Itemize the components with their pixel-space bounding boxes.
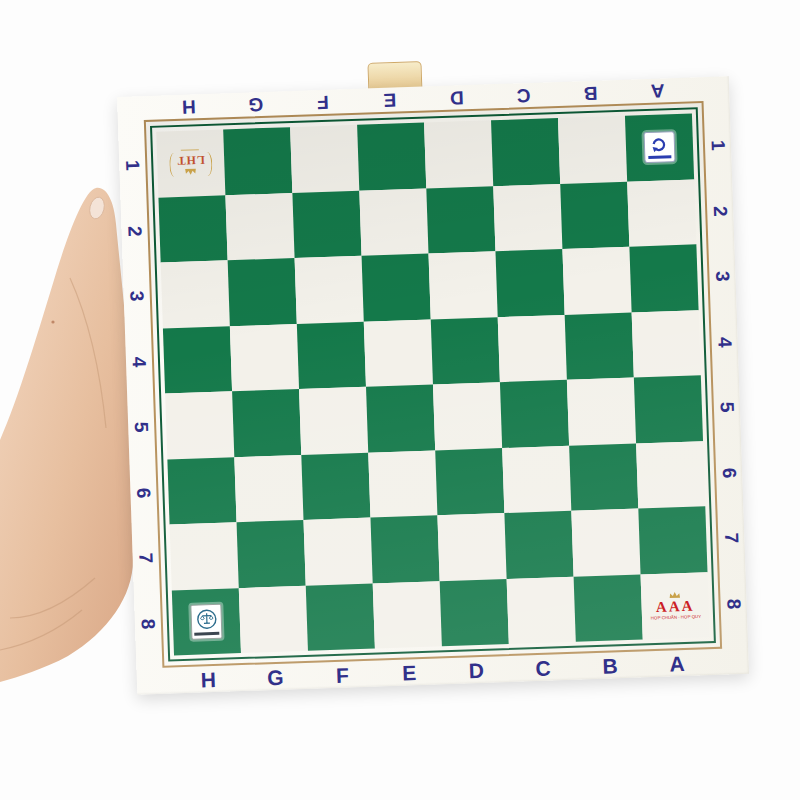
board-frame-inner	[150, 107, 716, 661]
coordinate-label-g: G	[222, 92, 290, 117]
square-e3	[362, 253, 431, 321]
skin-mole	[51, 320, 54, 323]
coordinate-label-a: A	[624, 78, 692, 103]
square-f7	[303, 518, 372, 586]
badge-text-strip	[649, 155, 672, 159]
scales-icon	[195, 608, 218, 631]
square-g1	[223, 127, 292, 195]
square-g8	[239, 585, 308, 653]
square-d1	[424, 120, 493, 188]
square-h6	[167, 457, 236, 525]
square-d7	[437, 513, 506, 581]
square-c1	[491, 118, 560, 186]
square-a2	[627, 179, 696, 247]
chess-board: HGFEDCBA HGFEDCBA 12345678 12345678 LHT	[117, 76, 749, 694]
square-b7	[571, 508, 640, 576]
coordinate-label-c: C	[490, 83, 558, 108]
photo-background: HGFEDCBA HGFEDCBA 12345678 12345678 LHT	[0, 0, 800, 800]
square-d6	[435, 448, 504, 516]
certification-badge	[190, 604, 222, 640]
square-e1	[357, 123, 426, 191]
square-f6	[301, 452, 370, 520]
square-c2	[493, 183, 562, 251]
square-c6	[502, 445, 571, 513]
crown-icon	[184, 168, 198, 176]
square-d4	[431, 317, 500, 385]
square-g7	[237, 520, 306, 588]
coordinate-label-c: C	[509, 654, 577, 682]
coordinate-label-e: E	[375, 658, 443, 686]
laurel-left-decoration	[202, 152, 213, 176]
square-c7	[504, 511, 573, 579]
square-d5	[433, 382, 502, 450]
board-frame	[144, 101, 722, 668]
square-e6	[368, 450, 437, 518]
circular-arrows-icon	[650, 135, 669, 154]
coordinate-label-d: D	[442, 656, 510, 684]
aaa-subtext: HỢP CHUẨN - HỢP QUY	[650, 615, 700, 621]
square-c3	[495, 249, 564, 317]
square-b8	[574, 574, 643, 642]
square-f5	[299, 387, 368, 455]
square-e2	[359, 188, 428, 256]
square-a6	[636, 441, 705, 509]
square-a7	[638, 506, 707, 574]
square-h3	[161, 260, 230, 328]
square-h4	[163, 326, 232, 394]
square-f8	[306, 583, 375, 651]
badge-text-strip	[195, 632, 219, 636]
square-g3	[228, 258, 297, 326]
lht-logo: LHT	[167, 138, 214, 188]
lht-text: LHT	[176, 152, 205, 168]
square-b2	[560, 181, 629, 249]
square-g2	[225, 193, 294, 261]
square-e4	[364, 319, 433, 387]
square-h2	[158, 195, 227, 263]
square-c4	[498, 314, 567, 382]
coordinate-label-e: E	[356, 88, 424, 113]
square-b5	[567, 378, 636, 446]
aaa-text: AAA	[656, 598, 695, 615]
square-f4	[297, 321, 366, 389]
square-e7	[370, 515, 439, 583]
square-e8	[373, 581, 442, 649]
square-g5	[232, 389, 301, 457]
square-f3	[295, 256, 364, 324]
coordinate-label-h: H	[174, 665, 242, 693]
coordinate-label-f: F	[289, 90, 357, 115]
coordinate-label-g: G	[241, 663, 309, 691]
coordinate-label-b: B	[576, 651, 644, 679]
square-h5	[165, 391, 234, 459]
square-a3	[629, 244, 698, 312]
square-g6	[234, 454, 303, 522]
coordinate-label-h: H	[155, 94, 223, 119]
square-g4	[230, 324, 299, 392]
lht-subtext-line	[181, 149, 199, 151]
square-d8	[440, 579, 509, 647]
aaa-mark: AAA HỢP CHUẨN - HỢP QUY	[645, 583, 705, 628]
square-b1	[558, 116, 627, 184]
board-grid	[156, 113, 710, 655]
square-e5	[366, 384, 435, 452]
coordinate-label-b: B	[557, 81, 625, 106]
coordinate-label-f: F	[308, 661, 376, 689]
square-d3	[429, 251, 498, 319]
quality-badge	[643, 131, 675, 163]
square-b3	[562, 247, 631, 315]
square-b6	[569, 443, 638, 511]
square-h7	[170, 522, 239, 590]
square-a5	[634, 375, 703, 443]
square-d2	[426, 186, 495, 254]
square-a4	[632, 310, 701, 378]
coordinate-label-a: A	[643, 649, 711, 677]
coordinate-label-d: D	[423, 85, 491, 110]
square-f2	[292, 190, 361, 258]
square-c8	[507, 576, 576, 644]
square-b4	[565, 312, 634, 380]
square-c5	[500, 380, 569, 448]
square-f1	[290, 125, 359, 193]
